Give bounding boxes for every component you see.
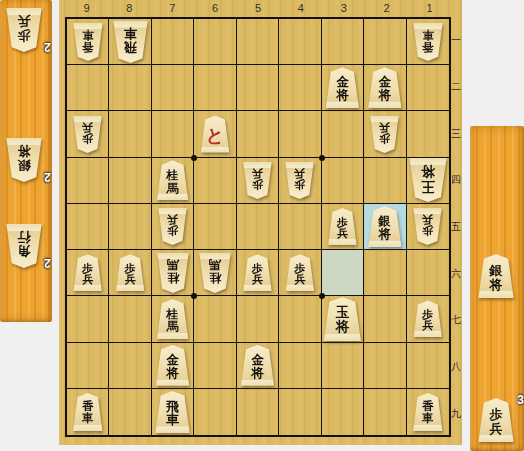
square-7五[interactable]: 歩兵: [152, 204, 194, 250]
square-1八[interactable]: [407, 343, 449, 389]
square-7三[interactable]: [152, 111, 194, 157]
piece-shadow: 桂馬: [157, 253, 189, 293]
piece-kanji: 銀: [490, 264, 503, 278]
square-8二[interactable]: [109, 65, 151, 111]
piece-shadow: 歩兵: [243, 254, 272, 291]
square-4五[interactable]: [279, 204, 321, 250]
square-3五[interactable]: 歩兵: [322, 204, 364, 250]
piece-kanji: 将: [421, 165, 435, 179]
piece-shadow: 桂馬: [199, 253, 231, 293]
piece-kanji: 兵: [18, 15, 31, 29]
sente-king[interactable]: 玉将: [323, 297, 361, 341]
square-5七[interactable]: [237, 296, 279, 342]
square-9二[interactable]: [67, 65, 109, 111]
square-1九[interactable]: 香車: [407, 389, 449, 435]
piece-kanji: 兵: [252, 167, 263, 178]
square-5四[interactable]: 歩兵: [237, 158, 279, 204]
square-1五[interactable]: 歩兵: [407, 204, 449, 250]
square-6七[interactable]: [194, 296, 236, 342]
square-1四[interactable]: 王将: [407, 158, 449, 204]
square-3九[interactable]: [322, 389, 364, 435]
piece-kanji: 将: [379, 89, 392, 102]
square-4七[interactable]: [279, 296, 321, 342]
piece-shadow: 香車: [413, 393, 443, 431]
piece-shadow: 歩兵: [478, 398, 514, 442]
square-3四[interactable]: [322, 158, 364, 204]
square-1二[interactable]: [407, 65, 449, 111]
rank-label-三: 三: [450, 110, 462, 157]
piece-shadow: 金将: [240, 345, 274, 386]
piece-kanji: 金: [251, 354, 264, 367]
square-7六[interactable]: 桂馬: [152, 250, 194, 296]
square-5六[interactable]: 歩兵: [237, 250, 279, 296]
piece-kanji: 桂: [209, 271, 221, 283]
piece-kanji: 将: [251, 367, 264, 380]
piece-shadow: 金将: [368, 67, 402, 108]
rank-label-九: 九: [450, 390, 462, 437]
sente-pawn[interactable]: 歩兵: [116, 254, 145, 291]
square-6六[interactable]: 桂馬: [194, 250, 236, 296]
sente-gold[interactable]: 金将: [368, 67, 402, 108]
square-4九[interactable]: [279, 389, 321, 435]
piece-kanji: 王: [421, 179, 435, 193]
square-8七[interactable]: [109, 296, 151, 342]
gote-lance[interactable]: 香車: [413, 23, 443, 61]
rank-label-四: 四: [450, 157, 462, 204]
piece-shadow: 香車: [73, 393, 103, 431]
piece-shadow: 歩兵: [73, 254, 102, 291]
piece-kanji: 兵: [294, 274, 305, 285]
sente-pawn[interactable]: 歩兵: [478, 398, 514, 442]
gote-pawn[interactable]: 歩兵: [243, 162, 272, 199]
piece-shadow: 飛車: [113, 21, 148, 63]
square-7七[interactable]: 桂馬: [152, 296, 194, 342]
square-6五[interactable]: [194, 204, 236, 250]
square-8五[interactable]: [109, 204, 151, 250]
piece-shadow: 玉将: [323, 297, 361, 341]
piece-shadow: 桂馬: [157, 160, 189, 200]
piece-kanji: 将: [166, 367, 179, 380]
sente-silver[interactable]: 銀将: [478, 254, 514, 298]
piece-kanji: 桂: [167, 271, 179, 283]
shogi-board: 987654321 一二三四五六七八九 香車飛車香車金将金将歩兵と歩兵桂馬歩兵歩…: [59, 0, 462, 445]
square-7一[interactable]: [152, 19, 194, 65]
gote-hand-bishop-count: 2: [44, 256, 51, 270]
square-4二[interactable]: [279, 65, 321, 111]
square-4八[interactable]: [279, 343, 321, 389]
sente-hand-pawn[interactable]: 歩兵3: [478, 398, 514, 442]
gote-knight[interactable]: 桂馬: [199, 253, 231, 293]
file-label-3: 3: [322, 0, 365, 16]
square-6八[interactable]: [194, 343, 236, 389]
piece-shadow: 歩兵: [6, 8, 42, 52]
piece-kanji: 兵: [490, 422, 503, 436]
rank-label-二: 二: [450, 64, 462, 111]
gote-hand-bishop[interactable]: 角行2: [6, 224, 42, 268]
piece-kanji: と: [206, 127, 224, 145]
square-6九[interactable]: [194, 389, 236, 435]
square-7四[interactable]: 桂馬: [152, 158, 194, 204]
file-label-6: 6: [194, 0, 237, 16]
piece-shadow: 歩兵: [285, 254, 314, 291]
sente-hand-tray: 銀将歩兵3: [470, 126, 524, 451]
square-9七[interactable]: [67, 296, 109, 342]
square-5三[interactable]: [237, 111, 279, 157]
piece-shadow: 金将: [325, 67, 359, 108]
square-8四[interactable]: [109, 158, 151, 204]
file-label-7: 7: [151, 0, 194, 16]
piece-kanji: 兵: [125, 274, 136, 285]
piece-kanji: 角: [18, 245, 31, 259]
square-8六[interactable]: 歩兵: [109, 250, 151, 296]
piece-kanji: 銀: [18, 159, 31, 173]
sente-gold[interactable]: 金将: [240, 345, 274, 386]
piece-kanji: 車: [166, 413, 179, 427]
square-6一[interactable]: [194, 19, 236, 65]
square-1六[interactable]: [407, 250, 449, 296]
piece-kanji: 車: [82, 413, 94, 425]
file-label-9: 9: [65, 0, 108, 16]
piece-kanji: 将: [18, 145, 31, 159]
square-6四[interactable]: [194, 158, 236, 204]
piece-kanji: 歩: [18, 29, 31, 43]
piece-kanji: 桂: [167, 169, 179, 181]
square-5二[interactable]: [237, 65, 279, 111]
piece-kanji: 歩: [490, 408, 503, 422]
piece-shadow: 飛車: [155, 391, 190, 433]
gote-hand-silver[interactable]: 銀将2: [6, 138, 42, 182]
sente-pawn[interactable]: 歩兵: [413, 300, 442, 337]
sente-knight[interactable]: 桂馬: [157, 299, 189, 339]
square-8九[interactable]: [109, 389, 151, 435]
gote-silver[interactable]: 銀将: [6, 138, 42, 182]
rank-label-八: 八: [450, 344, 462, 391]
sente-pawn[interactable]: 歩兵: [73, 254, 102, 291]
square-3六[interactable]: [322, 250, 364, 296]
gote-king[interactable]: 王将: [409, 158, 447, 202]
piece-shadow: 金将: [156, 345, 190, 386]
sente-pawn[interactable]: 歩兵: [243, 254, 272, 291]
piece-shadow: 歩兵: [370, 116, 399, 153]
square-7八[interactable]: 金将: [152, 343, 194, 389]
gote-pawn[interactable]: 歩兵: [6, 8, 42, 52]
rank-label-七: 七: [450, 297, 462, 344]
square-8一[interactable]: 飛車: [109, 19, 151, 65]
square-6三[interactable]: と: [194, 111, 236, 157]
sente-pawn[interactable]: 歩兵: [285, 254, 314, 291]
piece-kanji: 兵: [82, 121, 93, 132]
gote-hand-pawn[interactable]: 歩兵2: [6, 8, 42, 52]
piece-kanji: 将: [336, 320, 350, 334]
piece-kanji: 車: [422, 28, 434, 40]
piece-kanji: 歩: [252, 179, 263, 190]
piece-shadow: 歩兵: [243, 162, 272, 199]
sente-rook[interactable]: 飛車: [155, 391, 190, 433]
sente-lance[interactable]: 香車: [73, 393, 103, 431]
piece-shadow: と: [201, 116, 230, 153]
sente-pawn[interactable]: 歩兵: [328, 208, 357, 245]
square-9一[interactable]: 香車: [67, 19, 109, 65]
square-9八[interactable]: [67, 343, 109, 389]
square-5八[interactable]: 金将: [237, 343, 279, 389]
sente-hand-pawn-count: 3: [517, 393, 524, 407]
square-4六[interactable]: 歩兵: [279, 250, 321, 296]
piece-shadow: 桂馬: [157, 299, 189, 339]
piece-shadow: 王将: [409, 158, 447, 202]
square-7九[interactable]: 飛車: [152, 389, 194, 435]
piece-shadow: 歩兵: [116, 254, 145, 291]
file-label-1: 1: [408, 0, 451, 16]
square-2二[interactable]: 金将: [364, 65, 406, 111]
file-label-4: 4: [279, 0, 322, 16]
piece-kanji: 兵: [252, 274, 263, 285]
piece-kanji: 車: [422, 413, 434, 425]
piece-shadow: 歩兵: [413, 300, 442, 337]
piece-kanji: 兵: [379, 121, 390, 132]
square-4三[interactable]: [279, 111, 321, 157]
file-label-5: 5: [237, 0, 280, 16]
piece-kanji: 飛: [166, 400, 179, 414]
gote-hand-pawn-count: 2: [44, 40, 51, 54]
piece-shadow: 歩兵: [413, 208, 442, 245]
piece-kanji: 歩: [82, 133, 93, 144]
piece-kanji: 歩: [167, 225, 178, 236]
square-2六[interactable]: [364, 250, 406, 296]
piece-kanji: 兵: [167, 214, 178, 225]
sente-silver[interactable]: 銀将: [368, 206, 402, 247]
gote-bishop[interactable]: 角行: [6, 224, 42, 268]
square-7二[interactable]: [152, 65, 194, 111]
gote-pawn[interactable]: 歩兵: [158, 208, 187, 245]
piece-kanji: 行: [18, 231, 31, 245]
square-3三[interactable]: [322, 111, 364, 157]
shogi-app: 歩兵2銀将2角行2 987654321 一二三四五六七八九 香車飛車香車金将金将…: [0, 0, 524, 451]
square-3八[interactable]: [322, 343, 364, 389]
square-4一[interactable]: [279, 19, 321, 65]
sente-tokin[interactable]: と: [201, 116, 230, 153]
square-2八[interactable]: [364, 343, 406, 389]
sente-lance[interactable]: 香車: [413, 393, 443, 431]
piece-shadow: 銀将: [368, 206, 402, 247]
square-5九[interactable]: [237, 389, 279, 435]
piece-kanji: 兵: [294, 167, 305, 178]
square-1三[interactable]: [407, 111, 449, 157]
square-2四[interactable]: [364, 158, 406, 204]
piece-shadow: 香車: [73, 23, 103, 61]
piece-kanji: 歩: [422, 225, 433, 236]
piece-kanji: 香: [422, 40, 434, 52]
square-3一[interactable]: [322, 19, 364, 65]
square-2五[interactable]: 銀将: [364, 204, 406, 250]
sente-knight[interactable]: 桂馬: [157, 160, 189, 200]
piece-kanji: 兵: [422, 320, 433, 331]
piece-kanji: 兵: [422, 214, 433, 225]
gote-pawn[interactable]: 歩兵: [413, 208, 442, 245]
square-9四[interactable]: [67, 158, 109, 204]
piece-kanji: 車: [124, 27, 137, 41]
piece-kanji: 馬: [167, 182, 179, 194]
piece-kanji: 将: [336, 89, 349, 102]
piece-kanji: 馬: [167, 259, 179, 271]
piece-kanji: 玉: [336, 306, 350, 320]
piece-kanji: 飛: [124, 40, 137, 54]
square-6二[interactable]: [194, 65, 236, 111]
piece-kanji: 車: [82, 28, 94, 40]
piece-shadow: 歩兵: [285, 162, 314, 199]
square-8三[interactable]: [109, 111, 151, 157]
piece-kanji: 兵: [337, 228, 348, 239]
square-1一[interactable]: 香車: [407, 19, 449, 65]
piece-shadow: 歩兵: [73, 116, 102, 153]
gote-hand-silver-count: 2: [44, 170, 51, 184]
piece-kanji: 香: [82, 40, 94, 52]
square-1七[interactable]: 歩兵: [407, 296, 449, 342]
rank-label-六: 六: [450, 250, 462, 297]
gote-knight[interactable]: 桂馬: [157, 253, 189, 293]
sente-gold[interactable]: 金将: [156, 345, 190, 386]
square-3七[interactable]: 玉将: [322, 296, 364, 342]
piece-kanji: 兵: [82, 274, 93, 285]
piece-shadow: 香車: [413, 23, 443, 61]
square-9三[interactable]: 歩兵: [67, 111, 109, 157]
board-grid: 香車飛車香車金将金将歩兵と歩兵桂馬歩兵歩兵王将歩兵歩兵銀将歩兵歩兵歩兵桂馬桂馬歩…: [65, 17, 451, 437]
square-2三[interactable]: 歩兵: [364, 111, 406, 157]
square-8八[interactable]: [109, 343, 151, 389]
square-9九[interactable]: 香車: [67, 389, 109, 435]
sente-gold[interactable]: 金将: [325, 67, 359, 108]
file-label-8: 8: [108, 0, 151, 16]
square-2一[interactable]: [364, 19, 406, 65]
piece-kanji: 馬: [167, 320, 179, 332]
piece-shadow: 角行: [6, 224, 42, 268]
square-5五[interactable]: [237, 204, 279, 250]
gote-pawn[interactable]: 歩兵: [370, 116, 399, 153]
file-labels: 987654321: [65, 0, 451, 16]
gote-pawn[interactable]: 歩兵: [73, 116, 102, 153]
gote-hand-tray: 歩兵2銀将2角行2: [0, 0, 52, 322]
gote-rook[interactable]: 飛車: [113, 21, 148, 63]
piece-kanji: 将: [379, 228, 392, 241]
square-5一[interactable]: [237, 19, 279, 65]
gote-lance[interactable]: 香車: [73, 23, 103, 61]
square-4四[interactable]: 歩兵: [279, 158, 321, 204]
gote-pawn[interactable]: 歩兵: [285, 162, 314, 199]
sente-hand-silver[interactable]: 銀将: [478, 254, 514, 298]
rank-label-五: 五: [450, 204, 462, 251]
square-9六[interactable]: 歩兵: [67, 250, 109, 296]
square-2七[interactable]: [364, 296, 406, 342]
piece-shadow: 銀将: [6, 138, 42, 182]
piece-kanji: 歩: [379, 133, 390, 144]
square-9五[interactable]: [67, 204, 109, 250]
square-3二[interactable]: 金将: [322, 65, 364, 111]
piece-kanji: 将: [490, 278, 503, 292]
piece-kanji: 馬: [209, 259, 221, 271]
piece-kanji: 歩: [294, 179, 305, 190]
piece-kanji: 金: [166, 354, 179, 367]
rank-label-一: 一: [450, 17, 462, 64]
square-2九[interactable]: [364, 389, 406, 435]
rank-labels: 一二三四五六七八九: [450, 17, 462, 437]
piece-shadow: 歩兵: [328, 208, 357, 245]
file-label-2: 2: [365, 0, 408, 16]
piece-shadow: 銀将: [478, 254, 514, 298]
piece-shadow: 歩兵: [158, 208, 187, 245]
